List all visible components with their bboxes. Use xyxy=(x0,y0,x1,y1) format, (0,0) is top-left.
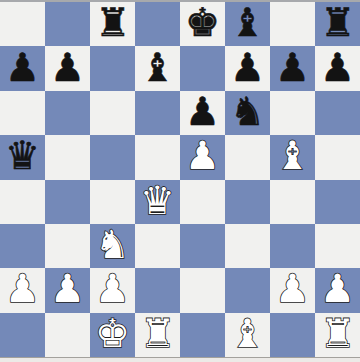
square-d7[interactable]: ♝ xyxy=(135,46,180,90)
piece-white-king[interactable]: ♚ xyxy=(95,313,130,356)
square-g4[interactable] xyxy=(270,180,315,224)
square-g2[interactable]: ♟ xyxy=(270,268,315,312)
square-e8[interactable]: ♚ xyxy=(180,2,225,46)
chess-board: ♜♚♝♜♟♟♝♟♟♟♟♞♛♟♝♛♞♟♟♟♟♟♚♜♝♜ xyxy=(0,2,360,357)
square-g7[interactable]: ♟ xyxy=(270,46,315,90)
chess-app-window: ♜♚♝♜♟♟♝♟♟♟♟♞♛♟♝♛♞♟♟♟♟♟♚♜♝♜ xyxy=(0,0,360,362)
square-h4[interactable] xyxy=(315,180,360,224)
piece-white-bishop[interactable]: ♝ xyxy=(275,135,310,178)
square-h8[interactable]: ♜ xyxy=(315,2,360,46)
piece-white-pawn[interactable]: ♟ xyxy=(185,135,220,178)
square-b8[interactable] xyxy=(45,2,90,46)
square-c4[interactable] xyxy=(90,180,135,224)
piece-black-rook[interactable]: ♜ xyxy=(320,2,355,45)
piece-black-pawn[interactable]: ♟ xyxy=(185,91,220,134)
square-a7[interactable]: ♟ xyxy=(0,46,45,90)
square-g3[interactable] xyxy=(270,224,315,268)
square-f2[interactable] xyxy=(225,268,270,312)
square-f6[interactable]: ♞ xyxy=(225,91,270,135)
square-b3[interactable] xyxy=(45,224,90,268)
square-e4[interactable] xyxy=(180,180,225,224)
square-h6[interactable] xyxy=(315,91,360,135)
square-g5[interactable]: ♝ xyxy=(270,135,315,179)
square-h2[interactable]: ♟ xyxy=(315,268,360,312)
square-g8[interactable] xyxy=(270,2,315,46)
square-c3[interactable]: ♞ xyxy=(90,224,135,268)
square-d8[interactable] xyxy=(135,2,180,46)
square-h1[interactable]: ♜ xyxy=(315,313,360,357)
piece-black-pawn[interactable]: ♟ xyxy=(230,46,265,89)
square-a4[interactable] xyxy=(0,180,45,224)
square-e3[interactable] xyxy=(180,224,225,268)
piece-white-queen[interactable]: ♛ xyxy=(140,180,175,223)
square-d2[interactable] xyxy=(135,268,180,312)
square-f5[interactable] xyxy=(225,135,270,179)
square-h3[interactable] xyxy=(315,224,360,268)
square-f7[interactable]: ♟ xyxy=(225,46,270,90)
piece-black-knight[interactable]: ♞ xyxy=(230,91,265,134)
square-c5[interactable] xyxy=(90,135,135,179)
square-d3[interactable] xyxy=(135,224,180,268)
square-b1[interactable] xyxy=(45,313,90,357)
piece-white-rook[interactable]: ♜ xyxy=(320,313,355,356)
square-g6[interactable] xyxy=(270,91,315,135)
square-a3[interactable] xyxy=(0,224,45,268)
square-e5[interactable]: ♟ xyxy=(180,135,225,179)
piece-black-rook[interactable]: ♜ xyxy=(95,2,130,45)
piece-black-pawn[interactable]: ♟ xyxy=(50,46,85,89)
square-c2[interactable]: ♟ xyxy=(90,268,135,312)
square-b5[interactable] xyxy=(45,135,90,179)
square-e6[interactable]: ♟ xyxy=(180,91,225,135)
square-a2[interactable]: ♟ xyxy=(0,268,45,312)
square-c1[interactable]: ♚ xyxy=(90,313,135,357)
square-h7[interactable]: ♟ xyxy=(315,46,360,90)
square-f8[interactable]: ♝ xyxy=(225,2,270,46)
square-c6[interactable] xyxy=(90,91,135,135)
piece-black-queen[interactable]: ♛ xyxy=(5,135,40,178)
piece-white-pawn[interactable]: ♟ xyxy=(50,268,85,311)
square-b7[interactable]: ♟ xyxy=(45,46,90,90)
piece-white-knight[interactable]: ♞ xyxy=(95,224,130,267)
piece-black-bishop[interactable]: ♝ xyxy=(230,2,265,45)
square-a5[interactable]: ♛ xyxy=(0,135,45,179)
piece-white-bishop[interactable]: ♝ xyxy=(230,313,265,356)
square-b2[interactable]: ♟ xyxy=(45,268,90,312)
square-d4[interactable]: ♛ xyxy=(135,180,180,224)
square-b6[interactable] xyxy=(45,91,90,135)
square-d5[interactable] xyxy=(135,135,180,179)
piece-black-pawn[interactable]: ♟ xyxy=(275,46,310,89)
board-bottom-edge xyxy=(0,357,360,362)
square-f3[interactable] xyxy=(225,224,270,268)
piece-white-pawn[interactable]: ♟ xyxy=(95,268,130,311)
piece-black-pawn[interactable]: ♟ xyxy=(320,46,355,89)
square-e2[interactable] xyxy=(180,268,225,312)
piece-white-pawn[interactable]: ♟ xyxy=(5,268,40,311)
square-f4[interactable] xyxy=(225,180,270,224)
piece-white-pawn[interactable]: ♟ xyxy=(320,268,355,311)
square-d6[interactable] xyxy=(135,91,180,135)
board-top-edge xyxy=(0,0,360,2)
square-h5[interactable] xyxy=(315,135,360,179)
piece-white-pawn[interactable]: ♟ xyxy=(275,268,310,311)
piece-black-king[interactable]: ♚ xyxy=(185,2,220,45)
square-c7[interactable] xyxy=(90,46,135,90)
square-c8[interactable]: ♜ xyxy=(90,2,135,46)
square-a6[interactable] xyxy=(0,91,45,135)
square-e7[interactable] xyxy=(180,46,225,90)
square-f1[interactable]: ♝ xyxy=(225,313,270,357)
square-b4[interactable] xyxy=(45,180,90,224)
square-a1[interactable] xyxy=(0,313,45,357)
square-e1[interactable] xyxy=(180,313,225,357)
square-a8[interactable] xyxy=(0,2,45,46)
square-d1[interactable]: ♜ xyxy=(135,313,180,357)
piece-black-pawn[interactable]: ♟ xyxy=(5,46,40,89)
piece-black-bishop[interactable]: ♝ xyxy=(140,46,175,89)
square-g1[interactable] xyxy=(270,313,315,357)
piece-white-rook[interactable]: ♜ xyxy=(140,313,175,356)
